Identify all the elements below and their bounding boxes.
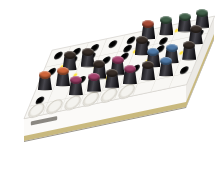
knob-top-cap bbox=[196, 9, 208, 17]
knob-top-cap bbox=[179, 13, 191, 21]
knob-top-cap bbox=[82, 48, 94, 56]
knob-top-cap bbox=[112, 56, 124, 64]
knob-top-cap bbox=[190, 25, 202, 33]
knob-magenta[interactable] bbox=[86, 73, 102, 93]
knob-dark[interactable] bbox=[140, 61, 156, 81]
knob-layer bbox=[0, 0, 220, 176]
knob-magenta[interactable] bbox=[68, 76, 84, 96]
knob-magenta[interactable] bbox=[122, 65, 138, 85]
knob-top-cap bbox=[124, 65, 136, 73]
product-photo-scene bbox=[0, 0, 220, 176]
knob-orange[interactable] bbox=[37, 71, 53, 91]
knob-blue[interactable] bbox=[158, 57, 174, 77]
knob-dark[interactable] bbox=[181, 41, 197, 61]
knob-top-cap bbox=[88, 73, 100, 81]
knob-dark[interactable] bbox=[104, 69, 120, 89]
knob-top-cap bbox=[39, 71, 51, 79]
knob-top-cap bbox=[93, 60, 105, 68]
knob-top-cap bbox=[183, 41, 195, 49]
knob-green[interactable] bbox=[158, 16, 174, 36]
knob-top-cap bbox=[106, 69, 118, 77]
